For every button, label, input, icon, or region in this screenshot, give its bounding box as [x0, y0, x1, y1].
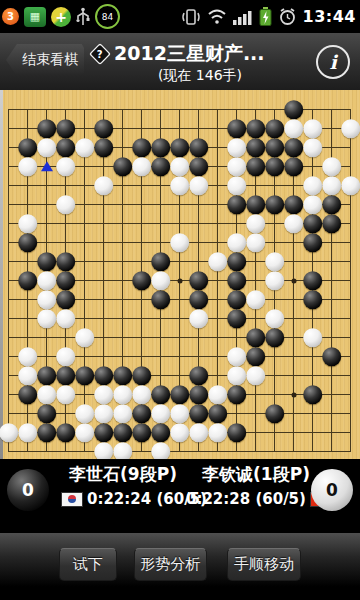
black-stone	[303, 233, 323, 253]
white-stone	[189, 176, 209, 196]
black-stone	[303, 385, 323, 405]
black-stone	[303, 271, 323, 291]
white-stone	[341, 176, 360, 196]
black-stone	[37, 366, 57, 386]
try-move-button[interactable]: 试下	[59, 548, 117, 581]
white-stone	[18, 423, 38, 443]
position-analysis-button[interactable]: 形势分析	[134, 548, 207, 581]
south-korea-flag-icon	[62, 493, 82, 506]
black-stone	[151, 252, 171, 272]
black-stone	[265, 157, 285, 177]
black-stone	[113, 157, 133, 177]
usb-icon	[76, 7, 90, 27]
white-stone	[265, 271, 285, 291]
star-point	[291, 278, 296, 283]
black-player-name: 李世石(9段P)	[58, 463, 188, 486]
last-move-triangle-marker	[41, 161, 53, 171]
grid-line-h	[8, 451, 351, 452]
white-stone	[303, 176, 323, 196]
white-stone	[18, 347, 38, 367]
black-stone	[94, 423, 114, 443]
black-stone	[322, 195, 342, 215]
black-stone	[18, 271, 38, 291]
white-stone	[303, 328, 323, 348]
white-stone	[18, 157, 38, 177]
move-order-button[interactable]: 手顺移动	[227, 548, 301, 581]
white-stone	[246, 214, 266, 234]
black-stone	[151, 157, 171, 177]
status-bar: 3 ▦ + 84	[0, 0, 360, 33]
white-stone	[113, 404, 133, 424]
go-board[interactable]	[0, 90, 360, 459]
white-stone	[170, 233, 190, 253]
black-stone	[227, 119, 247, 139]
black-stone	[170, 385, 190, 405]
white-stone	[113, 385, 133, 405]
black-stone	[227, 252, 247, 272]
black-stone	[189, 385, 209, 405]
black-stone	[37, 423, 57, 443]
signal-bars-icon	[233, 9, 253, 25]
black-stone	[227, 385, 247, 405]
grid-line-v	[350, 109, 351, 452]
black-stone	[284, 138, 304, 158]
black-stone	[37, 119, 57, 139]
grid-line-h	[8, 337, 351, 338]
star-point	[291, 392, 296, 397]
black-stone	[94, 366, 114, 386]
black-stone	[265, 328, 285, 348]
white-stone	[246, 290, 266, 310]
white-stone	[303, 119, 323, 139]
white-stone	[0, 423, 18, 443]
black-stone	[227, 423, 247, 443]
black-stone	[132, 138, 152, 158]
app-screen: 3 ▦ + 84	[0, 0, 360, 600]
white-stone	[94, 176, 114, 196]
black-stone	[265, 119, 285, 139]
black-stone	[265, 138, 285, 158]
white-stone	[56, 195, 76, 215]
black-stone	[94, 119, 114, 139]
bottom-toolbar: 试下 形势分析 手顺移动	[0, 533, 360, 600]
white-stone	[322, 176, 342, 196]
white-stone	[189, 423, 209, 443]
black-stone	[132, 366, 152, 386]
white-stone	[341, 119, 360, 139]
health-plus-icon: +	[51, 7, 71, 27]
black-stone	[56, 290, 76, 310]
white-stone	[303, 195, 323, 215]
black-stone	[56, 119, 76, 139]
black-stone	[189, 290, 209, 310]
white-stone	[227, 347, 247, 367]
black-stone	[94, 138, 114, 158]
white-stone	[75, 423, 95, 443]
white-stone	[246, 366, 266, 386]
white-stone	[151, 271, 171, 291]
black-stone	[189, 157, 209, 177]
black-stone	[18, 233, 38, 253]
white-stone	[56, 347, 76, 367]
black-stone	[151, 385, 171, 405]
black-stone	[189, 138, 209, 158]
black-stone	[227, 195, 247, 215]
white-stone	[56, 309, 76, 329]
black-stone	[246, 138, 266, 158]
black-stone	[284, 100, 304, 120]
white-stone	[151, 404, 171, 424]
black-stone	[227, 309, 247, 329]
white-stone	[37, 271, 57, 291]
white-stone	[322, 157, 342, 177]
battery-percent-ring-icon: 84	[95, 4, 120, 29]
move-count-subtitle: (现在 146手)	[110, 67, 290, 85]
white-stone	[56, 157, 76, 177]
battery-charging-icon	[259, 7, 272, 26]
black-stone	[322, 214, 342, 234]
white-player-name: 李钦诚(1段P)	[196, 463, 316, 486]
white-stone	[227, 233, 247, 253]
black-stone	[170, 138, 190, 158]
white-player-clock: 0:22:28 (60/5)	[186, 490, 306, 508]
white-stone	[284, 214, 304, 234]
white-captures-stone: 0	[311, 469, 353, 511]
black-stone	[265, 195, 285, 215]
black-stone	[284, 157, 304, 177]
black-stone	[56, 271, 76, 291]
star-point	[177, 278, 182, 283]
white-stone	[56, 385, 76, 405]
white-stone	[189, 309, 209, 329]
white-stone	[227, 157, 247, 177]
white-stone	[170, 404, 190, 424]
black-stone	[189, 404, 209, 424]
black-stone	[132, 271, 152, 291]
black-stone	[151, 138, 171, 158]
notification-badge-icon: 3	[2, 8, 19, 25]
black-stone	[37, 404, 57, 424]
unknown-char-icon: ?	[89, 43, 112, 66]
wifi-icon	[207, 9, 227, 25]
black-stone	[303, 214, 323, 234]
black-stone	[132, 423, 152, 443]
white-stone	[94, 385, 114, 405]
title-bar: 结束看棋 ? 2012三星财产... (现在 146手) i	[0, 33, 360, 91]
black-stone	[246, 328, 266, 348]
battery-widget-icon: ▦	[24, 7, 46, 27]
white-stone	[265, 252, 285, 272]
white-stone	[227, 366, 247, 386]
black-captures-stone: 0	[7, 469, 49, 511]
black-stone	[18, 138, 38, 158]
black-stone	[208, 404, 228, 424]
black-stone	[56, 423, 76, 443]
white-stone	[18, 214, 38, 234]
white-stone	[75, 404, 95, 424]
black-stone	[265, 404, 285, 424]
black-stone	[303, 290, 323, 310]
vibrate-icon	[181, 8, 201, 26]
black-stone	[246, 195, 266, 215]
info-button[interactable]: i	[316, 45, 350, 79]
board-left-edge	[0, 90, 3, 459]
white-stone	[170, 423, 190, 443]
white-stone	[94, 404, 114, 424]
white-stone	[132, 385, 152, 405]
black-stone	[246, 157, 266, 177]
white-stone	[208, 385, 228, 405]
black-stone	[246, 119, 266, 139]
black-stone	[151, 290, 171, 310]
black-stone	[113, 423, 133, 443]
white-stone	[246, 233, 266, 253]
black-stone	[132, 404, 152, 424]
white-stone	[170, 176, 190, 196]
black-stone	[56, 252, 76, 272]
white-stone	[37, 309, 57, 329]
white-stone	[75, 328, 95, 348]
white-stone	[37, 138, 57, 158]
white-stone	[170, 157, 190, 177]
white-stone	[37, 290, 57, 310]
white-stone	[132, 157, 152, 177]
black-stone	[18, 385, 38, 405]
white-stone	[265, 309, 285, 329]
white-stone	[303, 138, 323, 158]
black-stone	[56, 138, 76, 158]
white-stone	[208, 252, 228, 272]
black-stone	[227, 271, 247, 291]
black-stone	[189, 366, 209, 386]
black-stone	[113, 366, 133, 386]
white-stone	[227, 138, 247, 158]
black-stone	[189, 271, 209, 291]
black-stone	[75, 366, 95, 386]
white-stone	[284, 119, 304, 139]
white-stone	[75, 138, 95, 158]
white-stone	[37, 385, 57, 405]
black-stone	[56, 366, 76, 386]
black-stone	[246, 347, 266, 367]
black-stone	[151, 423, 171, 443]
white-stone	[18, 366, 38, 386]
end-review-back-button[interactable]: 结束看棋	[6, 44, 84, 76]
clock-time: 13:44	[303, 7, 356, 26]
alarm-clock-icon	[278, 7, 297, 26]
white-stone	[227, 176, 247, 196]
black-stone	[227, 290, 247, 310]
white-stone	[208, 423, 228, 443]
black-stone	[37, 252, 57, 272]
black-stone	[284, 195, 304, 215]
game-title: 2012三星财产...	[114, 41, 265, 67]
player-info-bar: 0 李世石(9段P) 0:22:24 (60/5) 李钦诚(1段P) 0:22:…	[0, 459, 360, 533]
black-stone	[322, 347, 342, 367]
